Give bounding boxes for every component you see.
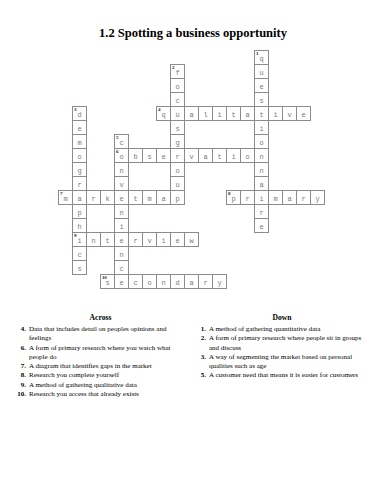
down-heading: Down (192, 313, 372, 322)
cell-letter: v (283, 110, 296, 120)
clue-item-text: Data that includes detail on peoples opi… (29, 325, 184, 344)
cell-letter: t (101, 236, 114, 246)
cell-r15c4[interactable]: c (114, 260, 129, 275)
cell-r12c14[interactable]: e (254, 218, 269, 233)
cell-letter: n (115, 166, 128, 176)
clue-item: 7.A diagram that identifies gaps in the … (12, 362, 189, 371)
cell-letter: h (73, 222, 86, 232)
cell-r9c8[interactable]: u (170, 176, 185, 191)
cell-r4c8[interactable]: u (170, 106, 185, 121)
cell-letter: v (143, 236, 156, 246)
cell-r2c14[interactable]: e (254, 78, 269, 93)
cell-r16c9[interactable]: a (184, 274, 199, 289)
cell-r13c7[interactable]: i (156, 232, 171, 247)
cell-r4c17[interactable]: e (296, 106, 311, 121)
clue-item-number: 3. (192, 353, 209, 372)
cell-letter: y (311, 194, 324, 204)
cell-r10c17[interactable]: r (296, 190, 311, 205)
clue-number-6: 6 (116, 149, 118, 155)
cell-letter: e (115, 236, 128, 246)
cell-letter: n (157, 278, 170, 288)
cell-letter: a (255, 180, 268, 190)
cell-r11c1[interactable]: p (72, 204, 87, 219)
cell-r10c8[interactable]: p (170, 190, 185, 205)
cell-r7c6[interactable]: s (142, 148, 157, 163)
clue-item-number: 8. (12, 371, 29, 380)
clue-item-number: 1. (192, 325, 209, 334)
cell-r16c11[interactable]: y (212, 274, 227, 289)
cell-letter: e (115, 278, 128, 288)
cell-letter: p (73, 208, 86, 218)
cell-letter: y (213, 278, 226, 288)
cell-r9c4[interactable]: v (114, 176, 129, 191)
cell-letter: c (129, 278, 142, 288)
cell-r9c14[interactable]: a (254, 176, 269, 191)
cell-r7c8[interactable]: r (170, 148, 185, 163)
cell-r13c5[interactable]: r (128, 232, 143, 247)
cell-letter: v (185, 152, 198, 162)
across-clues: Across 4.Data that includes detail on pe… (12, 313, 189, 399)
cell-letter: t (129, 194, 142, 204)
cell-r8c4[interactable]: n (114, 162, 129, 177)
cell-r1c8[interactable]: f2 (170, 64, 185, 79)
clue-item-number: 2. (192, 334, 209, 353)
clue-number-7: 7 (60, 191, 62, 197)
cell-r13c6[interactable]: v (142, 232, 157, 247)
cell-letter: n (115, 250, 128, 260)
cell-letter: n (87, 236, 100, 246)
cell-r13c4[interactable]: e (114, 232, 129, 247)
cell-letter: r (241, 194, 254, 204)
clue-number-2: 2 (172, 65, 174, 71)
cell-r16c4[interactable]: e (114, 274, 129, 289)
clue-number-9: 9 (74, 233, 76, 239)
cell-letter: i (115, 222, 128, 232)
clue-number-3: 3 (74, 107, 76, 113)
cell-r6c4[interactable]: c5 (114, 134, 129, 149)
cell-r8c14[interactable]: n (254, 162, 269, 177)
cell-letter: m (73, 138, 86, 148)
cell-r1c14[interactable]: u (254, 64, 269, 79)
cell-r15c1[interactable]: s (72, 260, 87, 275)
cell-letter: e (157, 152, 170, 162)
cell-r13c2[interactable]: n (86, 232, 101, 247)
cell-letter: i (255, 194, 268, 204)
cell-r6c8[interactable]: g (170, 134, 185, 149)
clue-item: 5.A customer need that means it is easie… (192, 371, 372, 380)
cell-r7c4[interactable]: o6 (114, 148, 129, 163)
cell-r10c18[interactable]: y (310, 190, 325, 205)
cell-letter: e (255, 82, 268, 92)
cell-r16c3[interactable]: s10 (100, 274, 115, 289)
cell-letter: v (115, 180, 128, 190)
cell-letter: g (171, 138, 184, 148)
cell-r2c8[interactable]: o (170, 78, 185, 93)
cell-r4c14[interactable]: t (254, 106, 269, 121)
cell-letter: a (199, 152, 212, 162)
cell-letter: k (101, 194, 114, 204)
cell-letter: t (213, 152, 226, 162)
cell-r5c1[interactable]: e (72, 120, 87, 135)
clue-item: 1.A method of gathering quantitative dat… (192, 325, 372, 334)
cell-letter: m (143, 194, 156, 204)
cell-r3c14[interactable]: s (254, 92, 269, 107)
cell-letter: a (241, 110, 254, 120)
cell-r4c11[interactable]: i (212, 106, 227, 121)
clue-number-8: 8 (228, 191, 230, 197)
across-clue-list: 4.Data that includes detail on peoples o… (12, 325, 189, 399)
cell-r10c12[interactable]: p8 (226, 190, 241, 205)
cell-letter: u (171, 110, 184, 120)
clue-item-text: A form of primary research where people … (209, 334, 364, 353)
cell-r4c10[interactable]: l (198, 106, 213, 121)
clue-item-number: 10. (12, 390, 29, 399)
cell-r9c1[interactable]: r (72, 176, 87, 191)
clue-item: 10.Research you access that already exis… (12, 390, 189, 399)
cell-r8c8[interactable]: o (170, 162, 185, 177)
clue-item-text: Research you access that already exists (29, 390, 184, 399)
cell-letter: a (283, 194, 296, 204)
cell-r7c9[interactable]: v (184, 148, 199, 163)
cell-letter: r (171, 152, 184, 162)
cell-letter: d (171, 278, 184, 288)
cell-letter: a (73, 194, 86, 204)
cell-r10c5[interactable]: t (128, 190, 143, 205)
cell-letter: n (255, 166, 268, 176)
clue-item-text: A form of primary research where you wat… (29, 344, 184, 363)
cell-r10c3[interactable]: k (100, 190, 115, 205)
cell-r10c7[interactable]: a (156, 190, 171, 205)
clue-item: 2.A form of primary research where peopl… (192, 334, 372, 353)
cell-r5c8[interactable]: s (170, 120, 185, 135)
cell-r7c12[interactable]: i (226, 148, 241, 163)
cell-r14c1[interactable]: c (72, 246, 87, 261)
cell-r11c14[interactable]: r (254, 204, 269, 219)
cell-r16c7[interactable]: n (156, 274, 171, 289)
cell-letter: r (297, 194, 310, 204)
cell-r10c0[interactable]: m7 (58, 190, 73, 205)
cell-letter: e (255, 222, 268, 232)
cell-letter: o (255, 138, 268, 148)
clue-item-number: 4. (12, 325, 29, 344)
cell-r4c1[interactable]: d3 (72, 106, 87, 121)
cell-letter: e (171, 236, 184, 246)
cell-letter: l (199, 110, 212, 120)
cell-r4c9[interactable]: a (184, 106, 199, 121)
cell-letter: s (171, 124, 184, 134)
cell-letter: c (171, 96, 184, 106)
clue-number-1: 1 (256, 51, 258, 57)
cell-r16c10[interactable]: r (198, 274, 213, 289)
cell-letter: i (213, 110, 226, 120)
down-clue-list: 1.A method of gathering quantitative dat… (192, 325, 372, 381)
cell-r13c8[interactable]: e (170, 232, 185, 247)
cell-letter: e (73, 124, 86, 134)
cell-r5c14[interactable]: i (254, 120, 269, 135)
cell-letter: w (185, 236, 198, 246)
cell-letter: r (255, 208, 268, 218)
cell-letter: s (255, 96, 268, 106)
cell-letter: u (171, 180, 184, 190)
clue-item-text: A method of gathering quantitative data (209, 325, 364, 334)
cell-r7c10[interactable]: a (198, 148, 213, 163)
cell-r10c1[interactable]: a (72, 190, 87, 205)
clue-item-text: Research you complete yourself (29, 371, 184, 380)
cell-letter: r (199, 278, 212, 288)
cell-r13c3[interactable]: t (100, 232, 115, 247)
cell-letter: t (255, 110, 268, 120)
cell-r10c16[interactable]: a (282, 190, 297, 205)
cell-r6c14[interactable]: o (254, 134, 269, 149)
cell-r4c16[interactable]: v (282, 106, 297, 121)
clue-item: 4.Data that includes detail on peoples o… (12, 325, 189, 344)
crossword-grid: q1f2uoecsd3q4ualitativeesimc5gooo6bserva… (58, 50, 328, 290)
cell-letter: t (227, 110, 240, 120)
cell-r10c2[interactable]: r (86, 190, 101, 205)
cell-r13c1[interactable]: i9 (72, 232, 87, 247)
cell-letter: n (115, 208, 128, 218)
cell-r10c15[interactable]: m (268, 190, 283, 205)
clue-item-number: 5. (192, 371, 209, 380)
cell-letter: r (73, 180, 86, 190)
cell-letter: n (255, 152, 268, 162)
cell-r4c12[interactable]: t (226, 106, 241, 121)
cell-letter: p (171, 194, 184, 204)
cell-letter: u (255, 68, 268, 78)
cell-letter: e (115, 194, 128, 204)
cell-r10c4[interactable]: e (114, 190, 129, 205)
cell-letter: g (73, 166, 86, 176)
cell-letter: s (73, 264, 86, 274)
cell-r3c8[interactable]: c (170, 92, 185, 107)
clue-item: 3.A way of segmenting the market based o… (192, 353, 372, 372)
page-title: 1.2 Spotting a business opportunity (0, 26, 386, 41)
clue-item-text: A way of segmenting the market based on … (209, 353, 364, 372)
cell-letter: s (143, 152, 156, 162)
cell-r16c5[interactable]: c (128, 274, 143, 289)
across-heading: Across (12, 313, 189, 322)
cell-letter: c (73, 250, 86, 260)
cell-letter: a (185, 278, 198, 288)
clue-number-5: 5 (116, 135, 118, 141)
cell-r7c1[interactable]: o (72, 148, 87, 163)
cell-r4c13[interactable]: a (240, 106, 255, 121)
cell-r12c1[interactable]: h (72, 218, 87, 233)
clue-item: 9.A method of gathering qualitative data (12, 381, 189, 390)
cell-r16c8[interactable]: d (170, 274, 185, 289)
clue-item-number: 9. (12, 381, 29, 390)
cell-r16c6[interactable]: o (142, 274, 157, 289)
cell-letter: i (227, 152, 240, 162)
cell-letter: i (269, 110, 282, 120)
clue-item: 8.Research you complete yourself (12, 371, 189, 380)
cell-r0c14[interactable]: q1 (254, 50, 269, 65)
cell-letter: o (73, 152, 86, 162)
cell-letter: b (129, 152, 142, 162)
crossword-worksheet: 1.2 Spotting a business opportunity q1f2… (0, 0, 386, 500)
cell-letter: a (185, 110, 198, 120)
cell-r10c6[interactable]: m (142, 190, 157, 205)
cell-letter: a (157, 194, 170, 204)
down-clues: Down 1.A method of gathering quantitativ… (192, 313, 372, 399)
cell-r4c15[interactable]: i (268, 106, 283, 121)
cell-r8c1[interactable]: g (72, 162, 87, 177)
cell-letter: i (157, 236, 170, 246)
clue-item-text: A customer need that means it is easier … (209, 371, 364, 380)
cell-r4c7[interactable]: q4 (156, 106, 171, 121)
cell-r7c5[interactable]: b (128, 148, 143, 163)
cell-letter: r (87, 194, 100, 204)
clue-number-4: 4 (158, 107, 160, 113)
cell-r7c11[interactable]: t (212, 148, 227, 163)
cell-r7c7[interactable]: e (156, 148, 171, 163)
clue-number-10: 10 (102, 275, 106, 281)
cell-letter: o (171, 166, 184, 176)
cell-r10c13[interactable]: r (240, 190, 255, 205)
cell-r13c9[interactable]: w (184, 232, 199, 247)
cell-letter: e (297, 110, 310, 120)
cell-letter: o (171, 82, 184, 92)
clue-item-number: 6. (12, 344, 29, 363)
cell-r7c14[interactable]: n (254, 148, 269, 163)
cell-letter: i (255, 124, 268, 134)
clue-section: Across 4.Data that includes detail on pe… (12, 313, 374, 399)
cell-letter: m (269, 194, 282, 204)
clue-item-text: A method of gathering qualitative data (29, 381, 184, 390)
cell-letter: r (129, 236, 142, 246)
cell-r7c13[interactable]: o (240, 148, 255, 163)
cell-letter: c (115, 264, 128, 274)
clue-item: 6.A form of primary research where you w… (12, 344, 189, 363)
cell-r6c1[interactable]: m (72, 134, 87, 149)
cell-r10c14[interactable]: i (254, 190, 269, 205)
clue-item-number: 7. (12, 362, 29, 371)
clue-item-text: A diagram that identifies gaps in the ma… (29, 362, 184, 371)
cell-r14c4[interactable]: n (114, 246, 129, 261)
cell-letter: o (143, 278, 156, 288)
cell-r12c4[interactable]: i (114, 218, 129, 233)
cell-r11c4[interactable]: n (114, 204, 129, 219)
cell-letter: o (241, 152, 254, 162)
